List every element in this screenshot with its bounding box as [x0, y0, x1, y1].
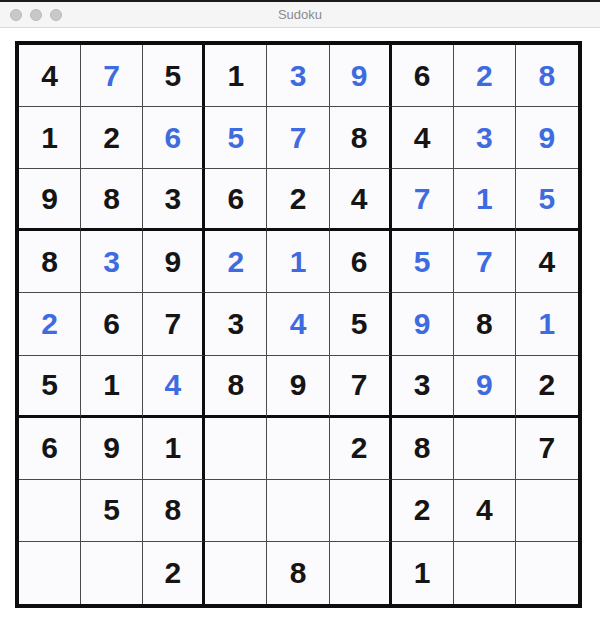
- cell-r7c5[interactable]: [267, 418, 329, 480]
- window-controls: [0, 9, 62, 21]
- cell-r7c3[interactable]: 1: [143, 418, 205, 480]
- cell-r5c3[interactable]: 7: [143, 293, 205, 355]
- cell-r2c2[interactable]: 2: [81, 107, 143, 169]
- cell-r6c9[interactable]: 2: [516, 356, 578, 418]
- cell-r1c6[interactable]: 9: [330, 45, 392, 107]
- cell-r7c6[interactable]: 2: [330, 418, 392, 480]
- cell-r5c2[interactable]: 6: [81, 293, 143, 355]
- cell-r3c6[interactable]: 4: [330, 169, 392, 231]
- cell-r7c7[interactable]: 8: [392, 418, 454, 480]
- cell-r2c4[interactable]: 5: [205, 107, 267, 169]
- cell-r4c5[interactable]: 1: [267, 231, 329, 293]
- cell-r6c2[interactable]: 1: [81, 356, 143, 418]
- cell-r9c3[interactable]: 2: [143, 542, 205, 604]
- cell-r6c7[interactable]: 3: [392, 356, 454, 418]
- cell-r2c7[interactable]: 4: [392, 107, 454, 169]
- cell-r6c6[interactable]: 7: [330, 356, 392, 418]
- zoom-button[interactable]: [50, 9, 62, 21]
- window-title: Sudoku: [0, 7, 600, 22]
- cell-r1c5[interactable]: 3: [267, 45, 329, 107]
- cell-r3c7[interactable]: 7: [392, 169, 454, 231]
- cell-r1c2[interactable]: 7: [81, 45, 143, 107]
- cell-r1c9[interactable]: 8: [516, 45, 578, 107]
- cell-r7c4[interactable]: [205, 418, 267, 480]
- sudoku-window: Sudoku 475139628126578439983624715839216…: [0, 0, 600, 625]
- cell-r6c4[interactable]: 8: [205, 356, 267, 418]
- cell-r9c7[interactable]: 1: [392, 542, 454, 604]
- cell-r9c2[interactable]: [81, 542, 143, 604]
- cell-r8c8[interactable]: 4: [454, 480, 516, 542]
- cell-r9c5[interactable]: 8: [267, 542, 329, 604]
- cell-r8c9[interactable]: [516, 480, 578, 542]
- cell-r8c6[interactable]: [330, 480, 392, 542]
- cell-r5c6[interactable]: 5: [330, 293, 392, 355]
- cell-r8c7[interactable]: 2: [392, 480, 454, 542]
- cell-r3c4[interactable]: 6: [205, 169, 267, 231]
- cell-r9c8[interactable]: [454, 542, 516, 604]
- cell-r3c8[interactable]: 1: [454, 169, 516, 231]
- cell-r5c5[interactable]: 4: [267, 293, 329, 355]
- cell-r2c8[interactable]: 3: [454, 107, 516, 169]
- cell-r3c2[interactable]: 8: [81, 169, 143, 231]
- cell-r5c9[interactable]: 1: [516, 293, 578, 355]
- minimize-button[interactable]: [30, 9, 42, 21]
- cell-r9c9[interactable]: [516, 542, 578, 604]
- cell-r3c9[interactable]: 5: [516, 169, 578, 231]
- cell-r1c8[interactable]: 2: [454, 45, 516, 107]
- cell-r9c4[interactable]: [205, 542, 267, 604]
- cell-r4c7[interactable]: 5: [392, 231, 454, 293]
- cell-r4c3[interactable]: 9: [143, 231, 205, 293]
- cell-r8c3[interactable]: 8: [143, 480, 205, 542]
- cell-r1c1[interactable]: 4: [19, 45, 81, 107]
- cell-r4c6[interactable]: 6: [330, 231, 392, 293]
- cell-r3c3[interactable]: 3: [143, 169, 205, 231]
- cell-r2c3[interactable]: 6: [143, 107, 205, 169]
- cell-r4c2[interactable]: 3: [81, 231, 143, 293]
- cell-r5c8[interactable]: 8: [454, 293, 516, 355]
- cell-r2c5[interactable]: 7: [267, 107, 329, 169]
- cell-r7c8[interactable]: [454, 418, 516, 480]
- cell-r2c1[interactable]: 1: [19, 107, 81, 169]
- sudoku-board: 4751396281265784399836247158392165742673…: [15, 41, 582, 608]
- cell-r7c1[interactable]: 6: [19, 418, 81, 480]
- cell-r6c1[interactable]: 5: [19, 356, 81, 418]
- cell-r9c1[interactable]: [19, 542, 81, 604]
- cell-r1c3[interactable]: 5: [143, 45, 205, 107]
- cell-r3c1[interactable]: 9: [19, 169, 81, 231]
- cell-r6c3[interactable]: 4: [143, 356, 205, 418]
- cell-r1c7[interactable]: 6: [392, 45, 454, 107]
- cell-r4c4[interactable]: 2: [205, 231, 267, 293]
- cell-r5c4[interactable]: 3: [205, 293, 267, 355]
- cell-r6c5[interactable]: 9: [267, 356, 329, 418]
- cell-r6c8[interactable]: 9: [454, 356, 516, 418]
- cell-r8c1[interactable]: [19, 480, 81, 542]
- cell-r1c4[interactable]: 1: [205, 45, 267, 107]
- cell-r8c4[interactable]: [205, 480, 267, 542]
- titlebar: Sudoku: [0, 0, 600, 28]
- cell-r5c1[interactable]: 2: [19, 293, 81, 355]
- cell-r4c9[interactable]: 4: [516, 231, 578, 293]
- cell-r4c8[interactable]: 7: [454, 231, 516, 293]
- cell-r9c6[interactable]: [330, 542, 392, 604]
- cell-r7c2[interactable]: 9: [81, 418, 143, 480]
- cell-r7c9[interactable]: 7: [516, 418, 578, 480]
- cell-r2c6[interactable]: 8: [330, 107, 392, 169]
- cell-r2c9[interactable]: 9: [516, 107, 578, 169]
- cell-r3c5[interactable]: 2: [267, 169, 329, 231]
- cell-r4c1[interactable]: 8: [19, 231, 81, 293]
- cell-r5c7[interactable]: 9: [392, 293, 454, 355]
- cell-r8c5[interactable]: [267, 480, 329, 542]
- cell-r8c2[interactable]: 5: [81, 480, 143, 542]
- close-button[interactable]: [10, 9, 22, 21]
